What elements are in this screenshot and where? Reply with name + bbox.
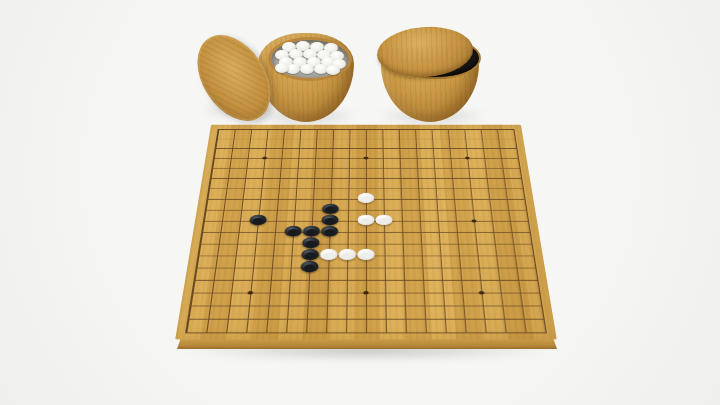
black-stone: ● [303,226,321,237]
white-stone-in-bowl [275,63,289,73]
black-stone: ● [301,249,319,260]
star-point [465,157,470,160]
go-board: ●●●●●●●●●●●●●●● [175,125,557,340]
white-stone: ● [357,215,374,226]
star-point [479,291,485,295]
3d-viewport[interactable]: ●●●●●●●●●●●●●●● [0,0,720,405]
white-stone-in-bowl [326,65,340,75]
black-stone: ● [321,226,339,237]
black-stone: ● [249,215,267,226]
white-stone: ● [358,193,375,203]
white-stone: ● [375,215,392,226]
star-point [471,219,476,222]
black-stone: ● [284,226,302,237]
board-grid: ●●●●●●●●●●●●●●● [185,129,547,333]
black-stone: ● [321,215,338,226]
white-stone: ● [357,249,375,260]
black-stone: ● [300,261,318,273]
star-point [262,157,267,160]
black-stone: ● [302,237,320,248]
white-stone-in-bowl [300,64,314,74]
bowl-opening-white-stones [268,37,352,81]
star-point [363,291,368,295]
star-point [364,157,369,160]
white-stone: ● [320,249,338,260]
black-stone: ● [322,204,339,214]
white-stone: ● [338,249,356,260]
star-point [248,291,254,295]
